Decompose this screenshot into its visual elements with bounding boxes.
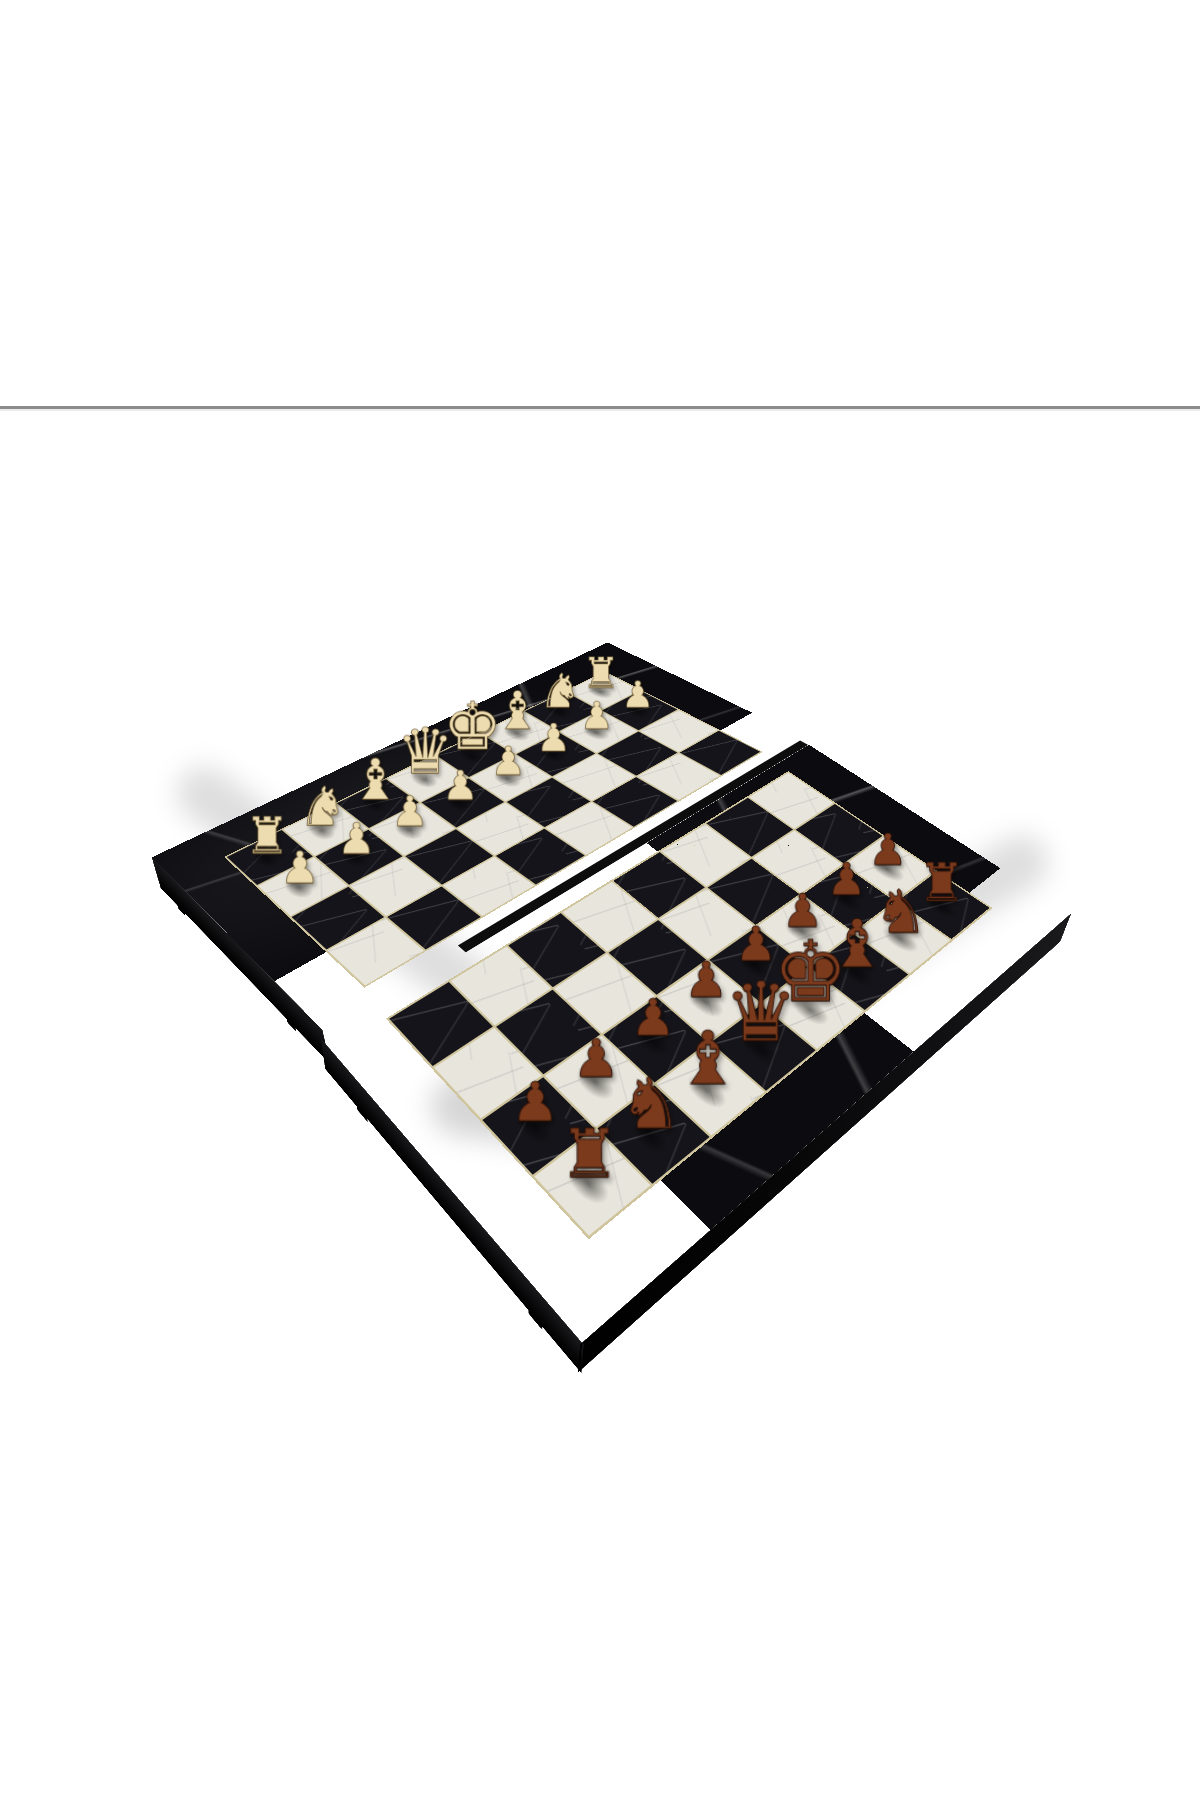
brown-rook-glyph: ♜ — [559, 1120, 619, 1187]
brown-pawn-glyph: ♟ — [511, 1075, 560, 1130]
square — [638, 753, 720, 800]
square — [350, 857, 440, 916]
square: ♟ — [421, 778, 504, 827]
playing-field-right-half: ♟♜♟♞♟♝♟♚♟♛♟♝♟♞♟♜ — [386, 771, 993, 1239]
square: ♟ — [516, 732, 595, 776]
square — [405, 829, 493, 884]
square: ♟ — [316, 830, 403, 885]
white-pawn-glyph: ♟ — [536, 719, 571, 758]
chess-board: ♜♟♞♟♝♟♚♟♛♟♝♟♞♟♜♟ ♟♜♟♞♟♝♟♚♟♛♟♝♟♞♟♜ — [147, 627, 1077, 1316]
brown-bishop-glyph: ♝ — [675, 1021, 741, 1094]
playing-field-left-half: ♜♟♞♟♝♟♚♟♛♟♝♟♞♟♜♟ — [224, 671, 763, 987]
white-pawn-glyph: ♟ — [580, 697, 614, 735]
white-pawn-glyph: ♟ — [621, 676, 654, 713]
brown-pawn-glyph: ♟ — [826, 857, 866, 902]
square — [598, 732, 678, 776]
brown-pawn-glyph: ♟ — [684, 955, 728, 1004]
white-pawn-glyph: ♟ — [337, 817, 376, 860]
white-pawn-glyph: ♟ — [490, 741, 526, 781]
square — [749, 773, 833, 829]
square — [389, 982, 493, 1066]
square — [546, 802, 633, 854]
square — [680, 731, 760, 775]
white-knight-glyph: ♞ — [539, 667, 581, 714]
board-foot — [528, 1308, 542, 1330]
square: ♜ — [534, 1130, 650, 1236]
board-box-side-front-left — [151, 856, 330, 1064]
white-pawn-glyph: ♟ — [391, 791, 429, 833]
brown-pawn-glyph: ♟ — [734, 921, 777, 969]
board-foot — [177, 903, 186, 916]
square — [507, 778, 591, 827]
square — [292, 887, 385, 950]
square — [706, 798, 793, 857]
white-pawn-glyph: ♟ — [442, 765, 478, 806]
square — [496, 829, 585, 885]
square: ♟ — [470, 755, 551, 801]
square — [457, 803, 543, 855]
square — [562, 882, 656, 952]
white-rook-glyph: ♜ — [582, 652, 620, 694]
board-foot — [286, 1017, 296, 1033]
brown-pawn-glyph: ♟ — [868, 828, 907, 872]
brown-pawn-glyph: ♟ — [572, 1032, 619, 1085]
square — [553, 754, 635, 801]
product-photo-page: ♜♟♞♟♝♟♚♟♛♟♝♟♞♟♜♟ ♟♜♟♞♟♝♟♚♟♛♟♝♟♞♟♜ — [0, 0, 1200, 1800]
square: ♟ — [560, 711, 637, 753]
brown-pawn-glyph: ♟ — [630, 993, 676, 1044]
square — [508, 913, 605, 987]
square — [443, 857, 534, 916]
square — [451, 947, 551, 1026]
square — [328, 918, 424, 985]
square — [661, 824, 750, 886]
square: ♟ — [370, 803, 455, 855]
square: ♟ — [258, 857, 347, 916]
square — [640, 710, 718, 752]
white-pawn-glyph: ♟ — [280, 846, 320, 890]
board-half-right: ♟♜♟♞♟♝♟♚♟♛♟♝♟♞♟♜ — [322, 745, 1071, 1343]
square — [593, 777, 677, 827]
board-scene: ♜♟♞♟♝♟♚♟♛♟♝♟♞♟♜♟ ♟♜♟♞♟♝♟♚♟♛♟♝♟♞♟♜ — [0, 0, 1200, 1800]
board-foot — [357, 1104, 368, 1122]
square — [387, 886, 481, 949]
brown-knight-glyph: ♞ — [619, 1068, 682, 1139]
square — [613, 852, 705, 918]
